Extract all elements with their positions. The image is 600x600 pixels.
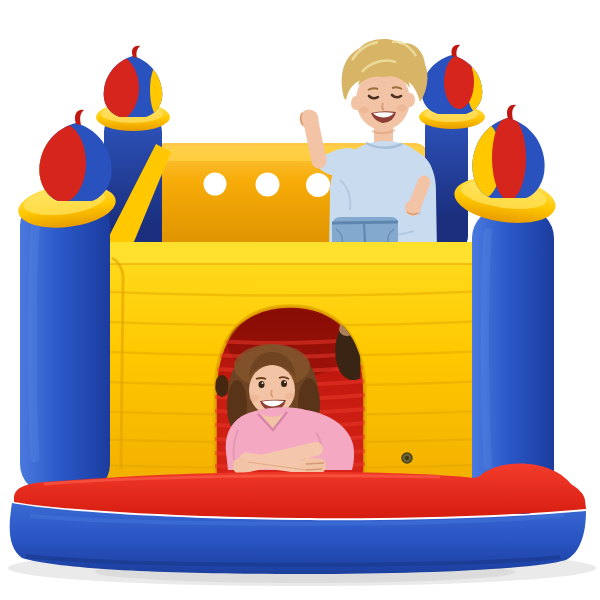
wall-hole xyxy=(256,173,280,197)
air-valve xyxy=(402,453,412,463)
wall-hole xyxy=(204,173,227,196)
front-wall-top-rail xyxy=(58,242,510,264)
wall-hole xyxy=(306,173,330,197)
shoe-silhouette xyxy=(215,375,229,397)
girl-hand xyxy=(300,458,326,474)
girl-hand xyxy=(233,458,249,474)
bounce-castle-scene xyxy=(0,0,600,600)
boy-left-hand xyxy=(300,110,319,129)
arch-opening xyxy=(214,306,366,477)
product-photo xyxy=(0,0,600,600)
